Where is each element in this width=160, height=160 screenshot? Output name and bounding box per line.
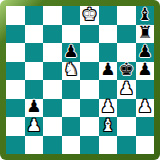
chess-board: ♚♝♜♟♟♞♟♚♟♟♟♟♟♟♝ <box>6 6 154 154</box>
square-c2[interactable] <box>43 117 62 136</box>
square-e5[interactable] <box>80 62 99 81</box>
square-e6[interactable] <box>80 43 99 62</box>
square-h1[interactable] <box>136 136 155 155</box>
square-b1[interactable] <box>25 136 44 155</box>
square-g3[interactable] <box>117 99 136 118</box>
square-b8[interactable] <box>25 6 44 25</box>
square-f7[interactable] <box>99 25 118 44</box>
white-pawn[interactable]: ♟ <box>100 98 115 115</box>
square-d5[interactable]: ♞ <box>62 62 81 81</box>
square-e8[interactable]: ♚ <box>80 6 99 25</box>
white-pawn[interactable]: ♟ <box>26 117 41 134</box>
square-e4[interactable] <box>80 80 99 99</box>
square-d3[interactable] <box>62 99 81 118</box>
white-pawn[interactable]: ♟ <box>137 98 152 115</box>
square-d4[interactable] <box>62 80 81 99</box>
square-d8[interactable] <box>62 6 81 25</box>
square-g2[interactable] <box>117 117 136 136</box>
white-bishop[interactable]: ♝ <box>100 117 115 134</box>
square-f8[interactable] <box>99 6 118 25</box>
board-frame: ♚♝♜♟♟♞♟♚♟♟♟♟♟♟♝ <box>0 0 160 160</box>
square-g8[interactable] <box>117 6 136 25</box>
black-pawn[interactable]: ♟ <box>63 43 78 60</box>
square-c5[interactable] <box>43 62 62 81</box>
square-f1[interactable] <box>99 136 118 155</box>
square-c6[interactable] <box>43 43 62 62</box>
square-g4[interactable]: ♟ <box>117 80 136 99</box>
square-a1[interactable] <box>6 136 25 155</box>
square-a8[interactable] <box>6 6 25 25</box>
square-c7[interactable] <box>43 25 62 44</box>
black-pawn[interactable]: ♟ <box>26 98 41 115</box>
square-g1[interactable] <box>117 136 136 155</box>
black-pawn[interactable]: ♟ <box>137 43 152 60</box>
square-a3[interactable] <box>6 99 25 118</box>
black-pawn[interactable]: ♟ <box>100 61 115 78</box>
black-king[interactable]: ♚ <box>119 61 134 78</box>
square-e2[interactable] <box>80 117 99 136</box>
square-c8[interactable] <box>43 6 62 25</box>
black-rook[interactable]: ♜ <box>137 24 152 41</box>
square-h2[interactable] <box>136 117 155 136</box>
square-b2[interactable]: ♟ <box>25 117 44 136</box>
square-c3[interactable] <box>43 99 62 118</box>
square-f2[interactable]: ♝ <box>99 117 118 136</box>
square-b5[interactable] <box>25 62 44 81</box>
square-c1[interactable] <box>43 136 62 155</box>
white-pawn[interactable]: ♟ <box>119 80 134 97</box>
black-pawn[interactable]: ♟ <box>137 61 152 78</box>
square-f5[interactable]: ♟ <box>99 62 118 81</box>
square-b6[interactable] <box>25 43 44 62</box>
square-a6[interactable] <box>6 43 25 62</box>
square-d1[interactable] <box>62 136 81 155</box>
square-a5[interactable] <box>6 62 25 81</box>
white-king[interactable]: ♚ <box>82 6 97 23</box>
square-e7[interactable] <box>80 25 99 44</box>
square-b7[interactable] <box>25 25 44 44</box>
white-knight[interactable]: ♞ <box>63 61 78 78</box>
square-c4[interactable] <box>43 80 62 99</box>
square-h5[interactable]: ♟ <box>136 62 155 81</box>
square-g7[interactable] <box>117 25 136 44</box>
square-a2[interactable] <box>6 117 25 136</box>
square-h3[interactable]: ♟ <box>136 99 155 118</box>
square-e1[interactable] <box>80 136 99 155</box>
square-d2[interactable] <box>62 117 81 136</box>
black-bishop[interactable]: ♝ <box>137 6 152 23</box>
square-a7[interactable] <box>6 25 25 44</box>
square-e3[interactable] <box>80 99 99 118</box>
square-a4[interactable] <box>6 80 25 99</box>
